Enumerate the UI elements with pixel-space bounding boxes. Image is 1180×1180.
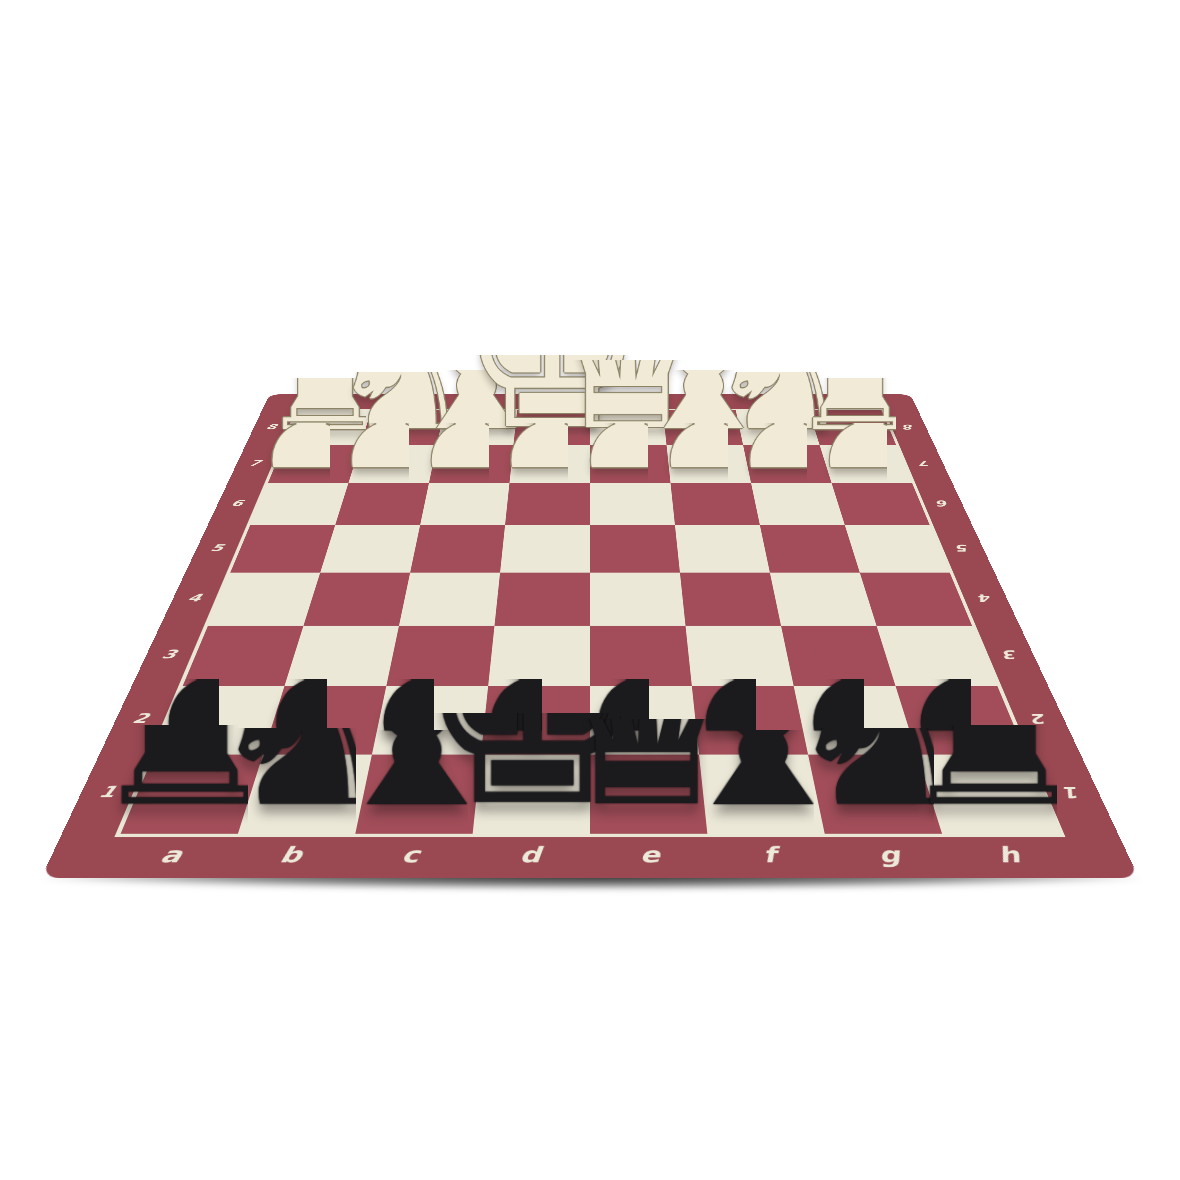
rank-label-right-2: 2 [1019, 712, 1060, 725]
file-label-g: g [865, 844, 914, 866]
square-e6 [590, 483, 675, 525]
file-label-e: e [628, 844, 672, 866]
square-e2 [590, 686, 699, 755]
square-b1 [238, 755, 372, 834]
rank-label-left-1: 1 [85, 784, 129, 800]
chess-mat: ♜♞♝♚♛♝♞♜♟♟♟♟♟♟♟♟♟♟♟♟♟♟♟♟♜♞♝♚♛♝♞♜ abcdefg… [41, 394, 1139, 878]
square-h2 [895, 686, 1026, 755]
square-c7 [429, 445, 514, 483]
square-h1 [917, 755, 1059, 834]
square-h8 [809, 410, 896, 445]
square-b2 [263, 686, 386, 755]
square-g8 [736, 410, 820, 445]
square-e8 [590, 410, 667, 445]
rank-label-left-5: 5 [201, 543, 234, 552]
square-g3 [781, 626, 895, 686]
square-h5 [845, 525, 950, 572]
rank-label-right-6: 6 [928, 499, 959, 507]
square-f6 [671, 483, 760, 525]
file-label-h: h [983, 844, 1034, 866]
square-g4 [770, 573, 877, 626]
square-g5 [760, 525, 860, 572]
square-f2 [692, 686, 808, 755]
square-e7 [590, 445, 671, 483]
rank-label-left-2: 2 [120, 712, 161, 725]
rank-label-left-7: 7 [240, 459, 269, 466]
square-a8 [284, 410, 371, 445]
rank-label-right-7: 7 [911, 459, 940, 466]
square-d3 [488, 626, 590, 686]
square-d1 [473, 755, 590, 834]
square-h7 [820, 445, 913, 483]
square-f4 [680, 573, 781, 626]
square-e4 [590, 573, 686, 626]
square-d6 [505, 483, 590, 525]
square-a3 [183, 626, 304, 686]
square-d8 [513, 410, 590, 445]
square-d7 [509, 445, 590, 483]
rank-label-right-1: 1 [1051, 784, 1095, 800]
rank-label-right-3: 3 [992, 648, 1030, 660]
square-c8 [437, 410, 517, 445]
square-f7 [667, 445, 752, 483]
square-c6 [420, 483, 509, 525]
square-e5 [590, 525, 680, 572]
square-e3 [590, 626, 692, 686]
rank-label-left-3: 3 [150, 648, 188, 660]
square-h3 [877, 626, 998, 686]
rank-label-left-4: 4 [177, 593, 212, 603]
square-g6 [751, 483, 845, 525]
square-d2 [481, 686, 590, 755]
square-e1 [590, 755, 707, 834]
file-label-f: f [746, 844, 793, 866]
photo-canvas: ♜♞♝♚♛♝♞♜♟♟♟♟♟♟♟♟♟♟♟♟♟♟♟♟♜♞♝♚♛♝♞♜ abcdefg… [0, 0, 1180, 1180]
square-f3 [686, 626, 794, 686]
square-f8 [663, 410, 743, 445]
square-b6 [335, 483, 429, 525]
square-a5 [230, 525, 335, 572]
rank-label-left-8: 8 [257, 424, 285, 431]
rank-label-right-5: 5 [947, 543, 980, 552]
rank-label-left-6: 6 [222, 499, 253, 507]
square-g7 [743, 445, 832, 483]
square-c2 [372, 686, 488, 755]
square-a7 [268, 445, 361, 483]
square-h6 [832, 483, 930, 525]
square-c1 [355, 755, 481, 834]
square-c5 [410, 525, 505, 572]
chess-board [114, 409, 1065, 837]
square-d5 [500, 525, 590, 572]
square-d4 [494, 573, 590, 626]
square-a6 [250, 483, 348, 525]
square-b4 [303, 573, 410, 626]
file-label-c: c [387, 844, 434, 866]
rank-label-right-4: 4 [968, 593, 1003, 603]
rank-label-right-8: 8 [895, 424, 923, 431]
file-label-a: a [146, 844, 197, 866]
square-c3 [386, 626, 494, 686]
square-f5 [675, 525, 770, 572]
square-a4 [208, 573, 320, 626]
file-label-d: d [508, 844, 552, 866]
square-h4 [860, 573, 972, 626]
square-b3 [285, 626, 399, 686]
square-b8 [360, 410, 444, 445]
square-f1 [699, 755, 825, 834]
square-b7 [348, 445, 437, 483]
square-b5 [320, 525, 420, 572]
file-label-b: b [266, 844, 315, 866]
square-c4 [399, 573, 500, 626]
